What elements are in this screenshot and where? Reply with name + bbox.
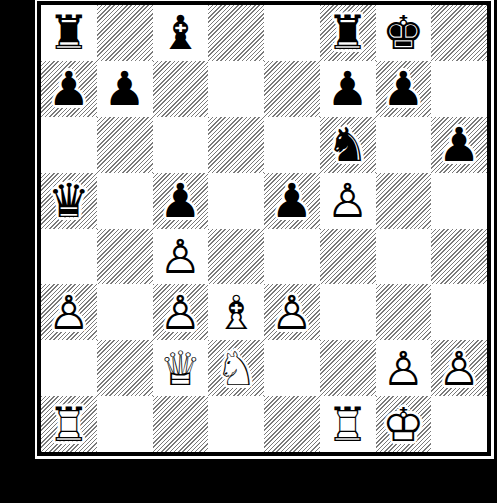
square-c6[interactable] (153, 117, 209, 173)
square-c3[interactable]: ♟♙ (153, 284, 209, 340)
square-f5[interactable]: ♟♙ (320, 173, 376, 229)
square-e2[interactable] (264, 340, 320, 396)
square-a5[interactable]: ♛ (41, 173, 97, 229)
piece-outline-glyph: ♙ (41, 284, 97, 340)
white-pawn[interactable]: ♟♙ (264, 284, 320, 340)
square-f8[interactable]: ♜ (320, 5, 376, 61)
square-h5[interactable] (431, 173, 487, 229)
board-sheet: ♜♝♜♚♟♟♟♟♞♟♛♟♟♟♙♟♙♟♙♟♙♝♗♟♙♛♕♞♘♟♙♟♙♜♖♜♖♚♔ (35, 0, 494, 459)
square-a4[interactable] (41, 229, 97, 285)
square-b8[interactable] (97, 5, 153, 61)
black-bishop[interactable]: ♝ (153, 5, 209, 61)
square-b4[interactable] (97, 229, 153, 285)
square-g5[interactable] (376, 173, 432, 229)
white-pawn[interactable]: ♟♙ (153, 229, 209, 285)
square-a6[interactable] (41, 117, 97, 173)
square-g4[interactable] (376, 229, 432, 285)
black-knight[interactable]: ♞ (320, 117, 376, 173)
white-pawn[interactable]: ♟♙ (320, 173, 376, 229)
square-f4[interactable] (320, 229, 376, 285)
square-e6[interactable] (264, 117, 320, 173)
square-f1[interactable]: ♜♖ (320, 396, 376, 452)
chess-board: ♜♝♜♚♟♟♟♟♞♟♛♟♟♟♙♟♙♟♙♟♙♝♗♟♙♛♕♞♘♟♙♟♙♜♖♜♖♚♔ (41, 5, 487, 452)
square-d6[interactable] (208, 117, 264, 173)
canvas-background: ♜♝♜♚♟♟♟♟♞♟♛♟♟♟♙♟♙♟♙♟♙♝♗♟♙♛♕♞♘♟♙♟♙♜♖♜♖♚♔ (0, 0, 497, 503)
square-c8[interactable]: ♝ (153, 5, 209, 61)
square-h8[interactable] (431, 5, 487, 61)
square-c5[interactable]: ♟ (153, 173, 209, 229)
piece-outline-glyph: ♙ (320, 173, 376, 229)
black-pawn[interactable]: ♟ (431, 117, 487, 173)
square-b7[interactable]: ♟ (97, 61, 153, 117)
square-a7[interactable]: ♟ (41, 61, 97, 117)
square-d4[interactable] (208, 229, 264, 285)
piece-outline-glyph: ♙ (153, 284, 209, 340)
square-a1[interactable]: ♜♖ (41, 396, 97, 452)
piece-outline-glyph: ♖ (320, 396, 376, 452)
square-e1[interactable] (264, 396, 320, 452)
square-g1[interactable]: ♚♔ (376, 396, 432, 452)
board-frame: ♜♝♜♚♟♟♟♟♞♟♛♟♟♟♙♟♙♟♙♟♙♝♗♟♙♛♕♞♘♟♙♟♙♜♖♜♖♚♔ (37, 1, 491, 456)
white-queen[interactable]: ♛♕ (153, 340, 209, 396)
square-a2[interactable] (41, 340, 97, 396)
piece-glyph: ♝ (153, 5, 209, 61)
piece-outline-glyph: ♕ (153, 340, 209, 396)
piece-glyph: ♟ (97, 61, 153, 117)
black-queen[interactable]: ♛ (41, 173, 97, 229)
square-g3[interactable] (376, 284, 432, 340)
square-h4[interactable] (431, 229, 487, 285)
white-pawn[interactable]: ♟♙ (41, 284, 97, 340)
square-c7[interactable] (153, 61, 209, 117)
square-a8[interactable]: ♜ (41, 5, 97, 61)
square-g8[interactable]: ♚ (376, 5, 432, 61)
square-h3[interactable] (431, 284, 487, 340)
piece-outline-glyph: ♘ (208, 340, 264, 396)
piece-glyph: ♟ (264, 173, 320, 229)
white-knight[interactable]: ♞♘ (208, 340, 264, 396)
piece-outline-glyph: ♖ (41, 396, 97, 452)
square-e8[interactable] (264, 5, 320, 61)
square-h7[interactable] (431, 61, 487, 117)
piece-glyph: ♚ (376, 5, 432, 61)
square-h2[interactable]: ♟♙ (431, 340, 487, 396)
piece-outline-glyph: ♙ (153, 229, 209, 285)
piece-glyph: ♞ (320, 117, 376, 173)
black-pawn[interactable]: ♟ (264, 173, 320, 229)
piece-outline-glyph: ♙ (376, 340, 432, 396)
piece-glyph: ♜ (320, 5, 376, 61)
piece-glyph: ♛ (41, 173, 97, 229)
square-g7[interactable]: ♟ (376, 61, 432, 117)
white-pawn[interactable]: ♟♙ (153, 284, 209, 340)
square-d3[interactable]: ♝♗ (208, 284, 264, 340)
square-d7[interactable] (208, 61, 264, 117)
square-a3[interactable]: ♟♙ (41, 284, 97, 340)
square-g2[interactable]: ♟♙ (376, 340, 432, 396)
piece-outline-glyph: ♙ (431, 340, 487, 396)
square-d5[interactable] (208, 173, 264, 229)
square-f2[interactable] (320, 340, 376, 396)
square-b3[interactable] (97, 284, 153, 340)
black-pawn[interactable]: ♟ (41, 61, 97, 117)
piece-glyph: ♟ (153, 173, 209, 229)
piece-outline-glyph: ♔ (376, 396, 432, 452)
piece-outline-glyph: ♗ (208, 284, 264, 340)
black-king[interactable]: ♚ (376, 5, 432, 61)
black-pawn[interactable]: ♟ (97, 61, 153, 117)
square-d1[interactable] (208, 396, 264, 452)
black-rook[interactable]: ♜ (41, 5, 97, 61)
white-pawn[interactable]: ♟♙ (376, 340, 432, 396)
square-b6[interactable] (97, 117, 153, 173)
square-f3[interactable] (320, 284, 376, 340)
white-rook[interactable]: ♜♖ (41, 396, 97, 452)
piece-outline-glyph: ♙ (264, 284, 320, 340)
piece-glyph: ♟ (431, 117, 487, 173)
white-rook[interactable]: ♜♖ (320, 396, 376, 452)
square-d2[interactable]: ♞♘ (208, 340, 264, 396)
piece-glyph: ♟ (376, 61, 432, 117)
black-pawn[interactable]: ♟ (376, 61, 432, 117)
square-e7[interactable] (264, 61, 320, 117)
white-bishop[interactable]: ♝♗ (208, 284, 264, 340)
square-c1[interactable] (153, 396, 209, 452)
square-e3[interactable]: ♟♙ (264, 284, 320, 340)
square-h1[interactable] (431, 396, 487, 452)
square-f6[interactable]: ♞ (320, 117, 376, 173)
square-c4[interactable]: ♟♙ (153, 229, 209, 285)
black-pawn[interactable]: ♟ (320, 61, 376, 117)
square-f7[interactable]: ♟ (320, 61, 376, 117)
square-b2[interactable] (97, 340, 153, 396)
white-king[interactable]: ♚♔ (376, 396, 432, 452)
black-pawn[interactable]: ♟ (153, 173, 209, 229)
black-rook[interactable]: ♜ (320, 5, 376, 61)
square-e5[interactable]: ♟ (264, 173, 320, 229)
square-b5[interactable] (97, 173, 153, 229)
white-pawn[interactable]: ♟♙ (431, 340, 487, 396)
piece-glyph: ♟ (41, 61, 97, 117)
square-g6[interactable] (376, 117, 432, 173)
piece-glyph: ♟ (320, 61, 376, 117)
square-d8[interactable] (208, 5, 264, 61)
square-e4[interactable] (264, 229, 320, 285)
square-b1[interactable] (97, 396, 153, 452)
piece-glyph: ♜ (41, 5, 97, 61)
square-c2[interactable]: ♛♕ (153, 340, 209, 396)
square-h6[interactable]: ♟ (431, 117, 487, 173)
